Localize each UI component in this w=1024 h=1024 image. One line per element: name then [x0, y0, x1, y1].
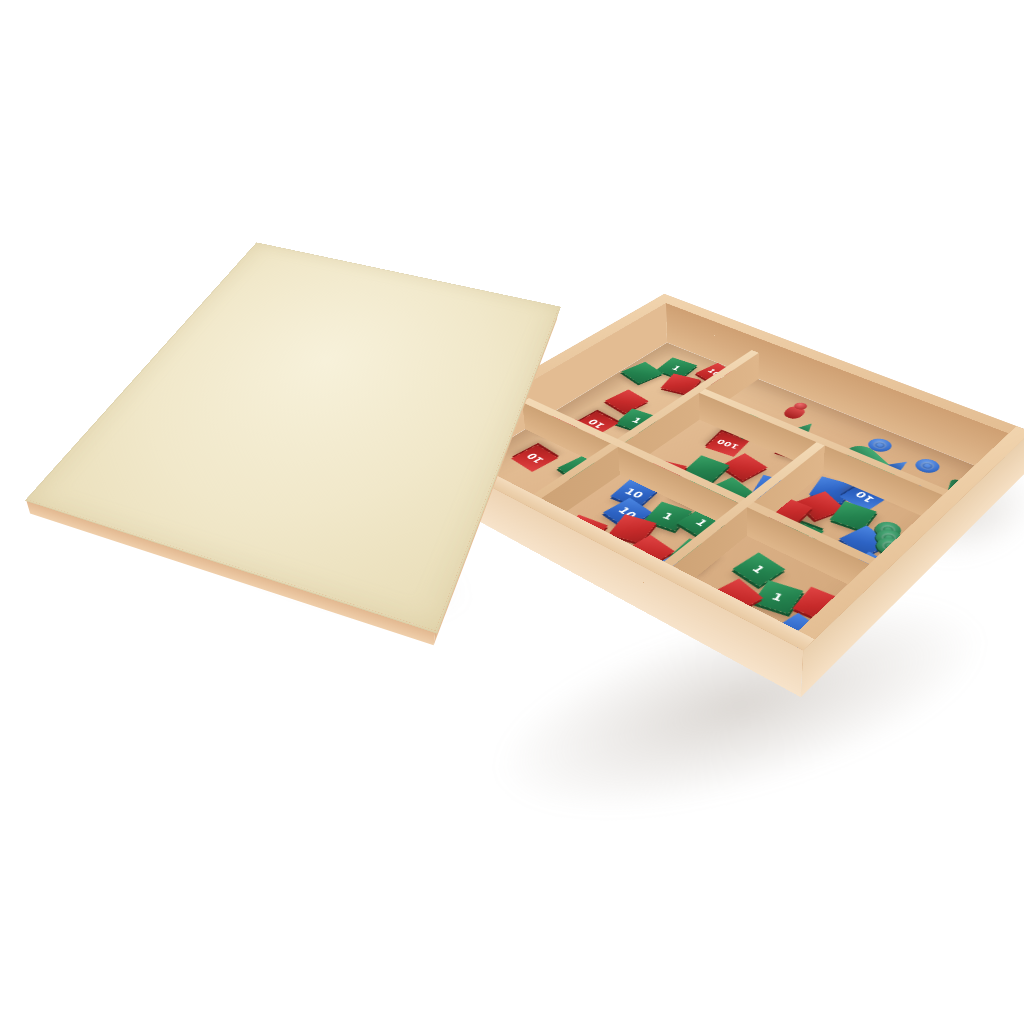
- lid-scene: [0, 55, 705, 755]
- tile-number: 1: [770, 590, 787, 603]
- tile-blank-green[interactable]: [830, 501, 877, 530]
- tile-number: 1: [749, 563, 768, 575]
- box-lid[interactable]: [30, 255, 557, 645]
- product-photo-stage: 110011010010100010101011111: [0, 0, 1024, 1024]
- lid-top-face: [25, 242, 562, 633]
- tile-number: 100: [714, 438, 741, 451]
- red-pawn[interactable]: [781, 405, 808, 421]
- blue-disc[interactable]: [911, 456, 944, 475]
